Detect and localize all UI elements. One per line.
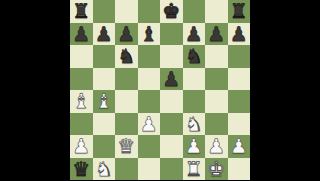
square-c3[interactable] — [115, 113, 138, 136]
piece-white-pawn[interactable]: ♟ — [185, 135, 203, 157]
square-f5[interactable] — [183, 68, 206, 91]
square-b5[interactable] — [93, 68, 116, 91]
square-h1[interactable] — [228, 158, 251, 181]
piece-white-rook[interactable]: ♜ — [185, 158, 203, 180]
square-c5[interactable] — [115, 68, 138, 91]
square-g1[interactable]: ♚ — [205, 158, 228, 181]
square-h5[interactable] — [228, 68, 251, 91]
square-c2[interactable]: ♛ — [115, 135, 138, 158]
square-g8[interactable] — [205, 0, 228, 23]
piece-white-knight[interactable]: ♞ — [185, 113, 203, 135]
square-d8[interactable] — [138, 0, 161, 23]
square-d1[interactable] — [138, 158, 161, 181]
square-h7[interactable]: ♟ — [228, 23, 251, 46]
square-a5[interactable] — [70, 68, 93, 91]
square-a6[interactable] — [70, 45, 93, 68]
square-e8[interactable]: ♚ — [160, 0, 183, 23]
square-f8[interactable] — [183, 0, 206, 23]
piece-black-pawn[interactable]: ♟ — [162, 68, 180, 90]
square-a1[interactable]: ♛ — [70, 158, 93, 181]
chess-board[interactable]: ♜♚♜♟♟♟♝♟♟♟♞♞♟♝♝♟♞♟♛♟♟♟♛♞♜♚ — [70, 0, 250, 180]
piece-black-knight[interactable]: ♞ — [117, 45, 135, 67]
piece-white-pawn[interactable]: ♟ — [140, 113, 158, 135]
square-f1[interactable]: ♜ — [183, 158, 206, 181]
piece-black-pawn[interactable]: ♟ — [72, 23, 90, 45]
piece-white-pawn[interactable]: ♟ — [230, 135, 248, 157]
piece-black-bishop[interactable]: ♝ — [140, 23, 158, 45]
square-g3[interactable] — [205, 113, 228, 136]
square-e7[interactable] — [160, 23, 183, 46]
square-a8[interactable]: ♜ — [70, 0, 93, 23]
piece-black-pawn[interactable]: ♟ — [95, 23, 113, 45]
square-c1[interactable] — [115, 158, 138, 181]
square-g5[interactable] — [205, 68, 228, 91]
square-e4[interactable] — [160, 90, 183, 113]
square-b2[interactable] — [93, 135, 116, 158]
piece-white-queen[interactable]: ♛ — [117, 135, 135, 157]
square-g4[interactable] — [205, 90, 228, 113]
square-a7[interactable]: ♟ — [70, 23, 93, 46]
square-d7[interactable]: ♝ — [138, 23, 161, 46]
square-d3[interactable]: ♟ — [138, 113, 161, 136]
square-h2[interactable]: ♟ — [228, 135, 251, 158]
piece-black-knight[interactable]: ♞ — [185, 45, 203, 67]
square-c8[interactable] — [115, 0, 138, 23]
video-frame: ♜♚♜♟♟♟♝♟♟♟♞♞♟♝♝♟♞♟♛♟♟♟♛♞♜♚ — [0, 0, 320, 180]
piece-black-rook[interactable]: ♜ — [230, 0, 248, 22]
square-b8[interactable] — [93, 0, 116, 23]
square-a2[interactable]: ♟ — [70, 135, 93, 158]
piece-white-bishop[interactable]: ♝ — [72, 90, 90, 112]
square-b3[interactable] — [93, 113, 116, 136]
square-d4[interactable] — [138, 90, 161, 113]
square-e6[interactable] — [160, 45, 183, 68]
piece-white-king[interactable]: ♚ — [207, 158, 225, 180]
piece-black-pawn[interactable]: ♟ — [230, 23, 248, 45]
piece-black-pawn[interactable]: ♟ — [207, 23, 225, 45]
piece-white-bishop[interactable]: ♝ — [95, 90, 113, 112]
square-g6[interactable] — [205, 45, 228, 68]
square-g7[interactable]: ♟ — [205, 23, 228, 46]
square-f4[interactable] — [183, 90, 206, 113]
square-b7[interactable]: ♟ — [93, 23, 116, 46]
square-f3[interactable]: ♞ — [183, 113, 206, 136]
piece-black-pawn[interactable]: ♟ — [185, 23, 203, 45]
square-f2[interactable]: ♟ — [183, 135, 206, 158]
square-b1[interactable]: ♞ — [93, 158, 116, 181]
square-d2[interactable] — [138, 135, 161, 158]
square-a4[interactable]: ♝ — [70, 90, 93, 113]
square-f6[interactable]: ♞ — [183, 45, 206, 68]
square-f7[interactable]: ♟ — [183, 23, 206, 46]
square-e2[interactable] — [160, 135, 183, 158]
square-c4[interactable] — [115, 90, 138, 113]
square-g2[interactable]: ♟ — [205, 135, 228, 158]
piece-white-pawn[interactable]: ♟ — [72, 135, 90, 157]
piece-white-knight[interactable]: ♞ — [95, 158, 113, 180]
square-b6[interactable] — [93, 45, 116, 68]
square-h3[interactable] — [228, 113, 251, 136]
letterbox-left — [0, 0, 70, 180]
square-h6[interactable] — [228, 45, 251, 68]
piece-black-rook[interactable]: ♜ — [72, 0, 90, 22]
square-a3[interactable] — [70, 113, 93, 136]
piece-black-pawn[interactable]: ♟ — [117, 23, 135, 45]
piece-white-pawn[interactable]: ♟ — [207, 135, 225, 157]
piece-black-queen[interactable]: ♛ — [72, 158, 90, 180]
square-c7[interactable]: ♟ — [115, 23, 138, 46]
piece-black-king[interactable]: ♚ — [162, 0, 180, 22]
square-e5[interactable]: ♟ — [160, 68, 183, 91]
square-e1[interactable] — [160, 158, 183, 181]
square-e3[interactable] — [160, 113, 183, 136]
letterbox-right — [250, 0, 320, 180]
square-d6[interactable] — [138, 45, 161, 68]
square-c6[interactable]: ♞ — [115, 45, 138, 68]
square-h8[interactable]: ♜ — [228, 0, 251, 23]
square-b4[interactable]: ♝ — [93, 90, 116, 113]
square-d5[interactable] — [138, 68, 161, 91]
square-h4[interactable] — [228, 90, 251, 113]
